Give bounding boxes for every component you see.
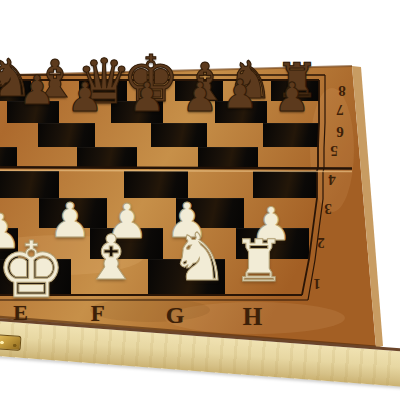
chess-board-photo: EFGH12345678 ♞♝♛♚♝♞♜♟♟♟♟♟♟♟♟♟♟♟♚♝♞♜ — [0, 0, 400, 400]
black-pawn-e7[interactable]: ♟ — [129, 77, 165, 117]
black-pawn-d7[interactable]: ♟ — [67, 77, 103, 117]
black-pawn-f7[interactable]: ♟ — [182, 77, 218, 117]
black-pawn-g7[interactable]: ♟ — [222, 74, 258, 114]
white-king-e1[interactable]: ♚ — [0, 231, 66, 309]
white-rook-h1[interactable]: ♜ — [233, 232, 285, 290]
black-pawn-h7[interactable]: ♟ — [274, 77, 310, 117]
pieces-layer: ♞♝♛♚♝♞♜♟♟♟♟♟♟♟♟♟♟♟♚♝♞♜ — [0, 0, 400, 400]
black-pawn-c7[interactable]: ♟ — [19, 70, 55, 110]
white-knight-g1[interactable]: ♞ — [169, 225, 228, 291]
white-bishop-f1[interactable]: ♝ — [83, 227, 139, 289]
